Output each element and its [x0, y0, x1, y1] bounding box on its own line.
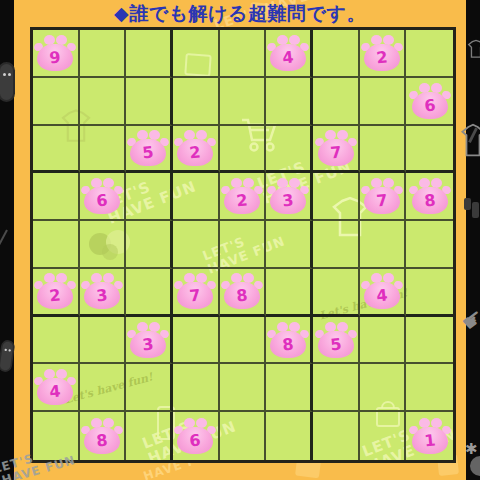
cell-r3c2[interactable]	[80, 126, 127, 174]
cell-r8c7[interactable]	[313, 364, 360, 412]
cell-r7c5[interactable]	[220, 317, 267, 365]
cell-value: 8	[265, 332, 311, 355]
cell-r9c1[interactable]	[33, 412, 80, 460]
cell-value: 4	[32, 380, 78, 403]
cell-r3c1[interactable]	[33, 126, 80, 174]
cell-r4c1[interactable]	[33, 173, 80, 221]
cell-r7c7[interactable]: 5	[313, 317, 360, 365]
cell-value: 3	[79, 284, 125, 307]
paw-icon: 2	[33, 271, 77, 311]
cell-r4c2[interactable]: 6	[80, 173, 127, 221]
paw-icon: 7	[360, 176, 404, 216]
cell-r9c9[interactable]: 1	[406, 412, 453, 460]
cell-r7c6[interactable]: 8	[266, 317, 313, 365]
cell-r8c5[interactable]	[220, 364, 267, 412]
cell-r6c7[interactable]	[313, 269, 360, 317]
cell-value: 7	[173, 284, 219, 307]
cell-r1c6[interactable]: 4	[266, 30, 313, 78]
paw-icon: 7	[314, 128, 358, 168]
cell-r4c5[interactable]: 2	[220, 173, 267, 221]
cell-r8c1[interactable]: 4	[33, 364, 80, 412]
paw-icon: 7	[173, 271, 217, 311]
paw-icon: 3	[80, 271, 124, 311]
cell-r8c2[interactable]	[80, 364, 127, 412]
cell-r1c1[interactable]: 9	[33, 30, 80, 78]
cell-value: 6	[173, 429, 219, 452]
cell-r2c5[interactable]	[220, 78, 267, 126]
cell-r6c1[interactable]: 2	[33, 269, 80, 317]
cell-value: 2	[32, 284, 78, 307]
cell-value: 2	[173, 141, 219, 164]
frame-background: LET'S HAVE HAVE FUN ◆誰でも解ける超難問です。 LET'S …	[14, 0, 466, 480]
cell-value: 4	[265, 46, 311, 69]
game-controller-icon	[0, 341, 14, 371]
cell-r4c9[interactable]: 8	[406, 173, 453, 221]
cell-r3c7[interactable]: 7	[313, 126, 360, 174]
cell-r1c9[interactable]	[406, 30, 453, 78]
cell-r8c6[interactable]	[266, 364, 313, 412]
paw-icon: 4	[266, 33, 310, 73]
cell-r7c9[interactable]	[406, 317, 453, 365]
cell-value: 8	[407, 189, 453, 212]
cell-r9c8[interactable]	[360, 412, 407, 460]
cell-r6c8[interactable]: 4	[360, 269, 407, 317]
cell-value: 3	[125, 332, 171, 355]
paw-icon: 2	[360, 33, 404, 73]
cell-r7c3[interactable]: 3	[126, 317, 173, 365]
paw-icon: 4	[360, 271, 404, 311]
paw-icon: 3	[266, 176, 310, 216]
cell-r5c9[interactable]	[406, 221, 453, 269]
paw-icon: 1	[408, 416, 452, 456]
cell-r5c6[interactable]	[266, 221, 313, 269]
cell-r8c3[interactable]	[126, 364, 173, 412]
cell-value: 6	[79, 189, 125, 212]
cell-r6c5[interactable]: 8	[220, 269, 267, 317]
paw-icon: 6	[408, 81, 452, 121]
cell-value: 1	[407, 429, 453, 452]
cell-r8c9[interactable]	[406, 364, 453, 412]
cell-r2c4[interactable]	[173, 78, 220, 126]
cell-r5c7[interactable]	[313, 221, 360, 269]
cell-r7c1[interactable]	[33, 317, 80, 365]
cell-r2c7[interactable]	[313, 78, 360, 126]
cell-value: 3	[265, 189, 311, 212]
cell-value: 8	[79, 429, 125, 452]
cell-r7c2[interactable]	[80, 317, 127, 365]
cell-value: 7	[313, 141, 359, 164]
cell-value: 8	[219, 284, 265, 307]
cell-r3c3[interactable]: 5	[126, 126, 173, 174]
cell-r2c9[interactable]: 6	[406, 78, 453, 126]
cell-r2c3[interactable]	[126, 78, 173, 126]
cell-r5c2[interactable]	[80, 221, 127, 269]
paw-icon: 8	[80, 416, 124, 456]
cell-r2c8[interactable]	[360, 78, 407, 126]
cell-r4c8[interactable]: 7	[360, 173, 407, 221]
cell-r9c6[interactable]	[266, 412, 313, 460]
cell-r2c6[interactable]	[266, 78, 313, 126]
cell-r4c4[interactable]	[173, 173, 220, 221]
cell-r3c4[interactable]: 2	[173, 126, 220, 174]
cell-r1c2[interactable]	[80, 30, 127, 78]
cell-r6c2[interactable]: 3	[80, 269, 127, 317]
cell-r1c3[interactable]	[126, 30, 173, 78]
cell-r1c7[interactable]	[313, 30, 360, 78]
cell-r5c8[interactable]	[360, 221, 407, 269]
cell-r1c4[interactable]	[173, 30, 220, 78]
cell-r9c2[interactable]: 8	[80, 412, 127, 460]
paw-icon: 5	[126, 128, 170, 168]
screenshot-canvas: LET'S HAVE HAVE FUN ◆誰でも解ける超難問です。 LET'S …	[0, 0, 480, 480]
paw-icon: 5	[314, 320, 358, 360]
cell-value: 5	[313, 332, 359, 355]
cell-r1c8[interactable]: 2	[360, 30, 407, 78]
tshirt-icon	[466, 28, 480, 74]
paw-icon: 8	[220, 271, 264, 311]
cell-r5c1[interactable]	[33, 221, 80, 269]
cell-r3c9[interactable]	[406, 126, 453, 174]
cell-r3c8[interactable]	[360, 126, 407, 174]
cell-r6c6[interactable]	[266, 269, 313, 317]
cell-r9c5[interactable]	[220, 412, 267, 460]
cell-r9c7[interactable]	[313, 412, 360, 460]
paw-icon: 6	[80, 176, 124, 216]
cell-value: 4	[359, 284, 405, 307]
paw-icon: 4	[33, 367, 77, 407]
sparkle-icon: ✱	[465, 440, 478, 458]
cell-r3c6[interactable]	[266, 126, 313, 174]
game-controller-icon	[0, 64, 13, 100]
sudoku-board: LET'S HAVE FUN LET'S HAVE FUN LET'S HAVE…	[30, 27, 456, 463]
cell-r4c6[interactable]: 3	[266, 173, 313, 221]
cell-r7c4[interactable]	[173, 317, 220, 365]
paw-icon: 8	[266, 320, 310, 360]
cell-r9c3[interactable]	[126, 412, 173, 460]
cell-r3c5[interactable]	[220, 126, 267, 174]
paw-icon: 8	[408, 176, 452, 216]
paw-icon: 9	[33, 33, 77, 73]
dark-glyph-decor	[472, 202, 479, 218]
cell-value: 9	[32, 46, 78, 69]
sudoku-grid: 942652762378237843854861	[33, 30, 453, 460]
paw-icon: 2	[220, 176, 264, 216]
cell-value: 2	[359, 46, 405, 69]
cell-r5c4[interactable]	[173, 221, 220, 269]
cell-r5c5[interactable]	[220, 221, 267, 269]
paw-icon: 6	[173, 416, 217, 456]
cell-r1c5[interactable]	[220, 30, 267, 78]
cell-r9c4[interactable]: 6	[173, 412, 220, 460]
cell-value: 5	[125, 141, 171, 164]
cell-r8c4[interactable]	[173, 364, 220, 412]
cell-r7c8[interactable]	[360, 317, 407, 365]
cell-r4c3[interactable]	[126, 173, 173, 221]
cell-r2c1[interactable]	[33, 78, 80, 126]
cell-r6c4[interactable]: 7	[173, 269, 220, 317]
cell-value: 6	[407, 93, 453, 116]
cell-r6c3[interactable]	[126, 269, 173, 317]
paw-icon: 2	[173, 128, 217, 168]
cell-r6c9[interactable]	[406, 269, 453, 317]
cell-r8c8[interactable]	[360, 364, 407, 412]
cell-r5c3[interactable]	[126, 221, 173, 269]
gray-dot-decor	[470, 456, 480, 476]
paw-icon: 3	[126, 320, 170, 360]
page-title: ◆誰でも解ける超難問です。	[14, 1, 466, 27]
cell-value: 2	[219, 189, 265, 212]
cell-r2c2[interactable]	[80, 78, 127, 126]
cell-value: 7	[359, 189, 405, 212]
cell-r4c7[interactable]	[313, 173, 360, 221]
